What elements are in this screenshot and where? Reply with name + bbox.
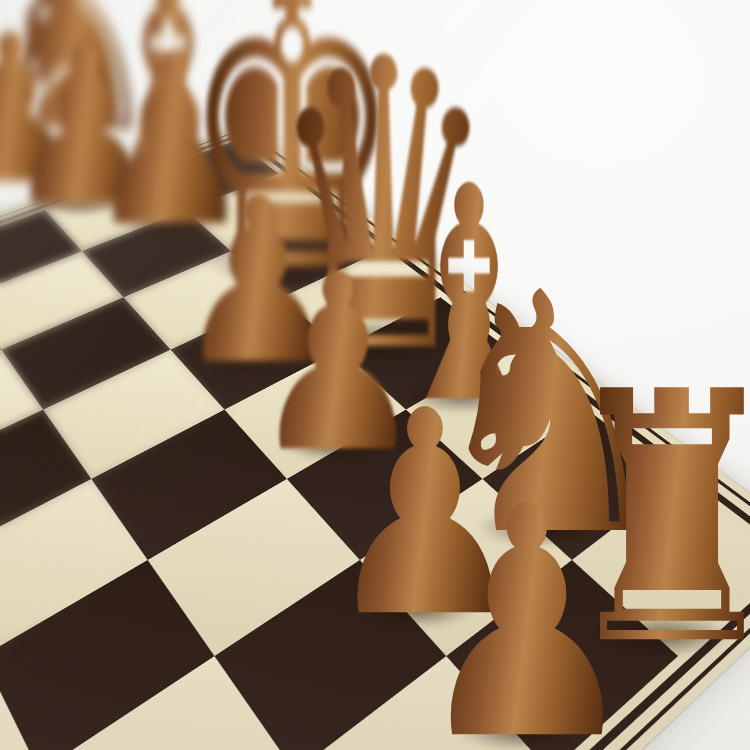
- piece-layer: ♞♝♟♟♟♚♟♛♟♝♟♞♜♟: [0, 0, 750, 750]
- chess-set-photo-scene: ♞♝♟♟♟♚♟♛♟♝♟♞♜♟: [0, 0, 750, 750]
- pawn-a7: ♟: [413, 466, 641, 750]
